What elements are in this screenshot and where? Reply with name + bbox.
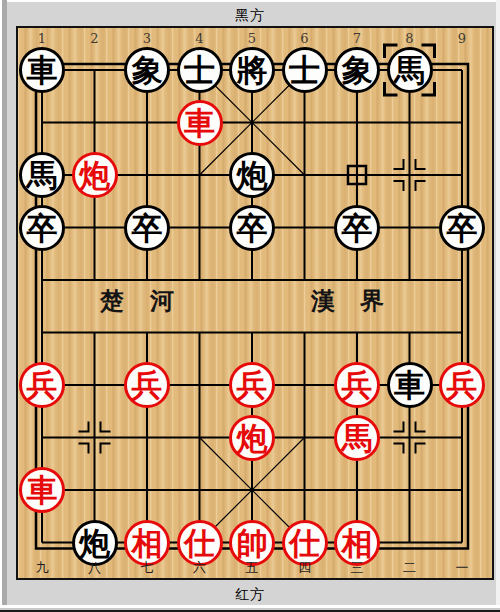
- river-char: 河: [150, 289, 174, 313]
- piece-red-horse[interactable]: 馬: [334, 415, 380, 461]
- piece-red-cannon[interactable]: 炮: [229, 415, 275, 461]
- piece-black-horse[interactable]: 馬: [19, 152, 65, 198]
- piece-red-pawn[interactable]: 兵: [334, 362, 380, 408]
- piece-red-cannon[interactable]: 炮: [72, 152, 118, 198]
- piece-black-pawn[interactable]: 卒: [124, 205, 170, 251]
- piece-red-chariot[interactable]: 車: [177, 100, 223, 146]
- window-edge-left-shade: [2, 0, 7, 612]
- file-label-top: 3: [134, 31, 160, 46]
- window-edge-right: [496, 0, 500, 612]
- file-label-top: 2: [82, 31, 108, 46]
- piece-red-pawn[interactable]: 兵: [439, 362, 485, 408]
- piece-black-chariot[interactable]: 車: [387, 362, 433, 408]
- file-label-bottom: 一: [449, 559, 475, 577]
- file-label-bottom: 三: [344, 559, 370, 577]
- piece-black-pawn[interactable]: 卒: [19, 205, 65, 251]
- file-label-top: 4: [187, 31, 213, 46]
- river-char: 界: [360, 289, 384, 313]
- piece-black-pawn[interactable]: 卒: [334, 205, 380, 251]
- board-surface[interactable]: 123456789 楚河漢界 車象士將士象馬車馬炮炮卒卒卒卒卒兵兵兵兵車兵炮馬車…: [18, 28, 492, 578]
- file-label-bottom: 五: [239, 559, 265, 577]
- window-edge-top: [0, 0, 500, 2]
- piece-black-elephant[interactable]: 象: [334, 47, 380, 93]
- piece-black-pawn[interactable]: 卒: [439, 205, 485, 251]
- piece-black-cannon[interactable]: 炮: [229, 152, 275, 198]
- file-label-top: 1: [29, 31, 55, 46]
- piece-black-advisor[interactable]: 士: [177, 47, 223, 93]
- board-grid: [18, 28, 492, 578]
- piece-red-pawn[interactable]: 兵: [229, 362, 275, 408]
- river-char: 漢: [311, 289, 335, 313]
- red-side-label: 红方: [0, 586, 500, 604]
- black-side-label: 黑方: [0, 7, 500, 25]
- piece-black-horse[interactable]: 馬: [387, 47, 433, 93]
- xiangqi-board[interactable]: 123456789 楚河漢界 車象士將士象馬車馬炮炮卒卒卒卒卒兵兵兵兵車兵炮馬車…: [16, 26, 494, 580]
- file-label-top: 8: [397, 31, 423, 46]
- file-label-bottom: 二: [397, 559, 423, 577]
- file-label-bottom: 七: [134, 559, 160, 577]
- river-char: 楚: [100, 289, 124, 313]
- piece-black-advisor[interactable]: 士: [282, 47, 328, 93]
- piece-black-elephant[interactable]: 象: [124, 47, 170, 93]
- file-label-bottom: 八: [82, 559, 108, 577]
- file-label-bottom: 六: [187, 559, 213, 577]
- file-label-top: 9: [449, 31, 475, 46]
- file-label-top: 6: [292, 31, 318, 46]
- file-label-top: 7: [344, 31, 370, 46]
- piece-red-chariot[interactable]: 車: [19, 467, 65, 513]
- piece-black-pawn[interactable]: 卒: [229, 205, 275, 251]
- piece-black-chariot[interactable]: 車: [19, 47, 65, 93]
- piece-red-pawn[interactable]: 兵: [19, 362, 65, 408]
- file-label-top: 5: [239, 31, 265, 46]
- file-label-bottom: 九: [29, 559, 55, 577]
- piece-black-general[interactable]: 將: [229, 47, 275, 93]
- piece-red-pawn[interactable]: 兵: [124, 362, 170, 408]
- file-label-bottom: 四: [292, 559, 318, 577]
